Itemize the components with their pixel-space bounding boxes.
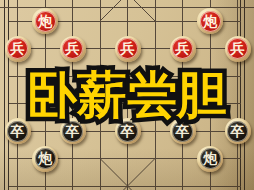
piece-red-cannon[interactable]: 炮 [32, 8, 58, 34]
piece-red-cannon[interactable]: 炮 [197, 8, 223, 34]
piece-glyph: 兵 [172, 38, 193, 59]
piece-glyph: 兵 [62, 38, 83, 59]
piece-glyph: 炮 [200, 11, 221, 32]
piece-red-soldier[interactable]: 兵 [115, 36, 141, 62]
piece-glyph: 兵 [227, 38, 248, 59]
piece-glyph: 炮 [35, 11, 56, 32]
piece-glyph: 卒 [7, 121, 28, 142]
piece-red-soldier[interactable]: 兵 [225, 36, 251, 62]
piece-glyph: 兵 [7, 38, 28, 59]
piece-glyph: 炮 [35, 148, 56, 169]
piece-glyph: 炮 [200, 148, 221, 169]
piece-red-soldier[interactable]: 兵 [5, 36, 31, 62]
piece-red-soldier[interactable]: 兵 [60, 36, 86, 62]
caption-text: 卧薪尝胆 [27, 62, 227, 129]
piece-black-soldier[interactable]: 卒 [225, 118, 251, 144]
piece-red-soldier[interactable]: 兵 [170, 36, 196, 62]
piece-black-cannon[interactable]: 炮 [32, 146, 58, 172]
piece-glyph: 卒 [227, 121, 248, 142]
xiangqi-board[interactable]: 炮炮兵兵兵兵兵卒卒卒卒卒炮炮 卧薪尝胆 [0, 0, 254, 190]
piece-glyph: 兵 [117, 38, 138, 59]
piece-black-cannon[interactable]: 炮 [197, 146, 223, 172]
